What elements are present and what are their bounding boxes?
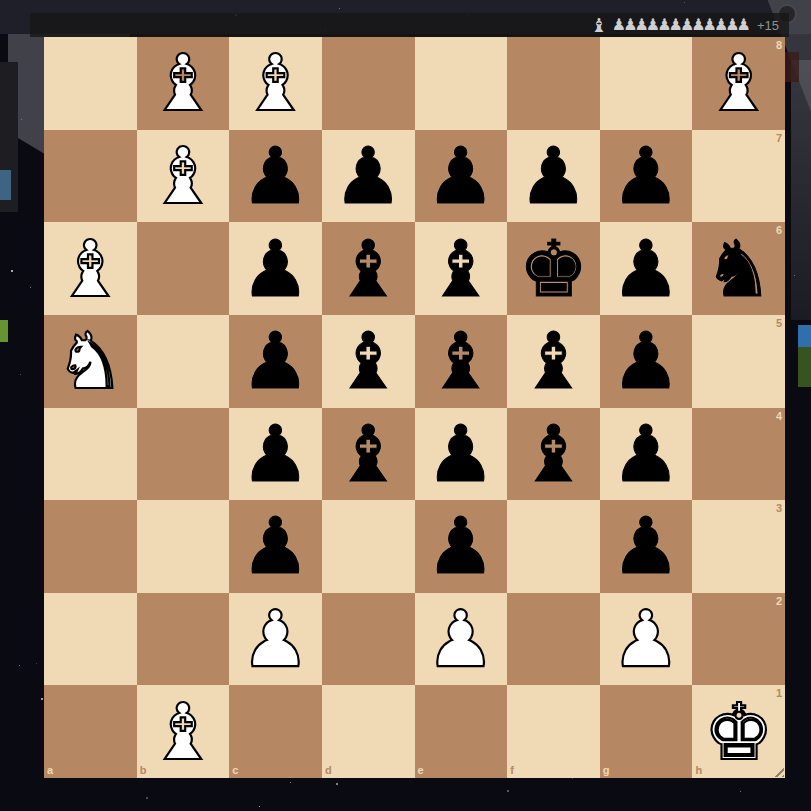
square-a8[interactable] (44, 37, 137, 130)
piece-black-pawn[interactable]: ♟ (426, 507, 496, 585)
square-e3[interactable]: ♟ (415, 500, 508, 593)
background-shape (798, 347, 811, 387)
rank-label-4: 4 (776, 411, 782, 422)
square-b7[interactable]: ♝ (137, 130, 230, 223)
square-c4[interactable]: ♟ (229, 408, 322, 501)
piece-white-bishop[interactable]: ♝ (704, 44, 774, 122)
star-dot (740, 791, 741, 792)
square-d8[interactable] (322, 37, 415, 130)
piece-black-bishop[interactable]: ♝ (333, 415, 403, 493)
square-f8[interactable] (507, 37, 600, 130)
piece-white-pawn[interactable]: ♟ (611, 600, 681, 678)
piece-black-bishop[interactable]: ♝ (426, 230, 496, 308)
piece-black-king[interactable]: ♚ (518, 230, 588, 308)
star-dot (41, 698, 43, 700)
rank-label-2: 2 (776, 596, 782, 607)
square-e1[interactable]: e (415, 685, 508, 778)
star-dot (20, 374, 21, 375)
square-e7[interactable]: ♟ (415, 130, 508, 223)
square-g2[interactable]: ♟ (600, 593, 693, 686)
square-f2[interactable] (507, 593, 600, 686)
square-g6[interactable]: ♟ (600, 222, 693, 315)
file-label-c: c (232, 765, 238, 776)
square-h4[interactable]: 4 (692, 408, 785, 501)
square-a7[interactable] (44, 130, 137, 223)
square-h5[interactable]: 5 (692, 315, 785, 408)
file-label-f: f (510, 765, 514, 776)
piece-black-bishop[interactable]: ♝ (518, 415, 588, 493)
material-bar: ♝ ♟♟♟♟♟♟♟♟♟♟♟♟ +15 (30, 13, 789, 37)
piece-black-pawn[interactable]: ♟ (241, 137, 311, 215)
square-b4[interactable] (137, 408, 230, 501)
square-d1[interactable]: d (322, 685, 415, 778)
square-h3[interactable]: 3 (692, 500, 785, 593)
piece-black-bishop[interactable]: ♝ (333, 230, 403, 308)
square-c3[interactable]: ♟ (229, 500, 322, 593)
square-f7[interactable]: ♟ (507, 130, 600, 223)
square-d6[interactable]: ♝ (322, 222, 415, 315)
material-advantage: +15 (757, 18, 779, 33)
square-g4[interactable]: ♟ (600, 408, 693, 501)
square-e4[interactable]: ♟ (415, 408, 508, 501)
chess-board: ♝♝♝8♝♟♟♟♟♟7♝♟♝♝♚♟♞6♞♟♝♝♝♟5♟♝♟♝♟4♟♟♟3♟♟♟2… (44, 37, 785, 778)
square-g8[interactable] (600, 37, 693, 130)
square-h7[interactable]: 7 (692, 130, 785, 223)
captured-pawn-icon: ♟ (737, 17, 751, 33)
piece-black-pawn[interactable]: ♟ (611, 230, 681, 308)
rank-label-3: 3 (776, 503, 782, 514)
star-dot (507, 790, 509, 792)
square-d5[interactable]: ♝ (322, 315, 415, 408)
square-c8[interactable]: ♝ (229, 37, 322, 130)
square-e2[interactable]: ♟ (415, 593, 508, 686)
square-a4[interactable] (44, 408, 137, 501)
square-g5[interactable]: ♟ (600, 315, 693, 408)
star-dot (19, 665, 20, 666)
piece-black-pawn[interactable]: ♟ (611, 507, 681, 585)
square-c5[interactable]: ♟ (229, 315, 322, 408)
square-f3[interactable] (507, 500, 600, 593)
star-dot (336, 783, 338, 785)
piece-white-king[interactable]: ♚ (704, 693, 774, 771)
square-b3[interactable] (137, 500, 230, 593)
background-shape (0, 170, 11, 200)
square-g3[interactable]: ♟ (600, 500, 693, 593)
file-label-g: g (603, 765, 610, 776)
square-f5[interactable]: ♝ (507, 315, 600, 408)
piece-black-pawn[interactable]: ♟ (333, 137, 403, 215)
background-shape (798, 325, 811, 347)
star-dot (572, 778, 573, 779)
rank-label-7: 7 (776, 133, 782, 144)
piece-white-bishop[interactable]: ♝ (148, 693, 218, 771)
piece-white-pawn[interactable]: ♟ (426, 600, 496, 678)
square-d7[interactable]: ♟ (322, 130, 415, 223)
square-h2[interactable]: 2 (692, 593, 785, 686)
piece-black-pawn[interactable]: ♟ (241, 415, 311, 493)
piece-white-pawn[interactable]: ♟ (241, 600, 311, 678)
piece-black-pawn[interactable]: ♟ (241, 507, 311, 585)
piece-white-knight[interactable]: ♞ (55, 322, 125, 400)
square-a6[interactable]: ♝ (44, 222, 137, 315)
star-dot (11, 270, 13, 272)
rank-label-8: 8 (776, 40, 782, 51)
piece-black-pawn[interactable]: ♟ (611, 137, 681, 215)
square-b6[interactable] (137, 222, 230, 315)
square-a2[interactable] (44, 593, 137, 686)
piece-black-bishop[interactable]: ♝ (333, 322, 403, 400)
square-g7[interactable]: ♟ (600, 130, 693, 223)
square-h6[interactable]: ♞6 (692, 222, 785, 315)
piece-white-bishop[interactable]: ♝ (148, 137, 218, 215)
piece-black-bishop[interactable]: ♝ (426, 322, 496, 400)
square-f4[interactable]: ♝ (507, 408, 600, 501)
rank-label-6: 6 (776, 225, 782, 236)
piece-black-knight[interactable]: ♞ (704, 230, 774, 308)
star-dot (146, 797, 148, 799)
square-c2[interactable]: ♟ (229, 593, 322, 686)
square-c7[interactable]: ♟ (229, 130, 322, 223)
square-b1[interactable]: ♝b (137, 685, 230, 778)
square-h1[interactable]: ♚1h (692, 685, 785, 778)
background-shape (0, 320, 8, 342)
piece-black-pawn[interactable]: ♟ (611, 322, 681, 400)
star-dot (30, 287, 31, 288)
square-c1[interactable]: c (229, 685, 322, 778)
square-c6[interactable]: ♟ (229, 222, 322, 315)
piece-white-bishop[interactable]: ♝ (148, 44, 218, 122)
piece-black-pawn[interactable]: ♟ (426, 137, 496, 215)
file-label-e: e (418, 765, 424, 776)
square-f1[interactable]: f (507, 685, 600, 778)
file-label-b: b (140, 765, 147, 776)
square-b8[interactable]: ♝ (137, 37, 230, 130)
background-shape (791, 60, 811, 320)
rank-label-1: 1 (776, 688, 782, 699)
piece-white-bishop[interactable]: ♝ (55, 230, 125, 308)
square-a1[interactable]: a (44, 685, 137, 778)
piece-black-bishop[interactable]: ♝ (518, 322, 588, 400)
star-dot (290, 782, 291, 783)
captured-bishop-icons: ♝ (591, 16, 608, 35)
square-e6[interactable]: ♝ (415, 222, 508, 315)
square-f6[interactable]: ♚ (507, 222, 600, 315)
square-d4[interactable]: ♝ (322, 408, 415, 501)
piece-black-pawn[interactable]: ♟ (611, 415, 681, 493)
piece-black-pawn[interactable]: ♟ (241, 322, 311, 400)
square-g1[interactable]: g (600, 685, 693, 778)
file-label-h: h (695, 765, 702, 776)
square-h8[interactable]: ♝8 (692, 37, 785, 130)
square-b5[interactable] (137, 315, 230, 408)
square-d2[interactable] (322, 593, 415, 686)
captured-pawn-icons: ♟♟♟♟♟♟♟♟♟♟♟♟ (615, 17, 751, 33)
file-label-a: a (47, 765, 53, 776)
piece-black-pawn[interactable]: ♟ (518, 137, 588, 215)
star-dot (36, 663, 37, 664)
piece-black-pawn[interactable]: ♟ (241, 230, 311, 308)
rank-label-5: 5 (776, 318, 782, 329)
file-label-d: d (325, 765, 332, 776)
piece-black-pawn[interactable]: ♟ (426, 415, 496, 493)
square-a3[interactable] (44, 500, 137, 593)
square-e8[interactable] (415, 37, 508, 130)
star-dot (259, 806, 260, 807)
square-e5[interactable]: ♝ (415, 315, 508, 408)
piece-white-bishop[interactable]: ♝ (241, 44, 311, 122)
square-a5[interactable]: ♞ (44, 315, 137, 408)
background-shape (785, 52, 799, 82)
square-b2[interactable] (137, 593, 230, 686)
square-d3[interactable] (322, 500, 415, 593)
